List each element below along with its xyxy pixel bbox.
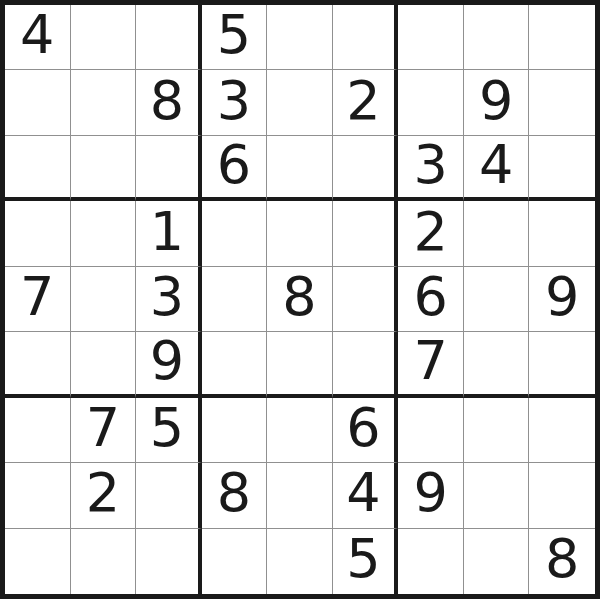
cell-r5c6[interactable] [333,267,399,332]
cell-r9c5[interactable] [267,529,333,594]
cell-r5c5[interactable]: 8 [267,267,333,332]
cell-r8c8[interactable] [464,463,530,528]
cell-r2c1[interactable] [5,70,71,135]
cell-r8c6[interactable]: 4 [333,463,399,528]
cell-r7c4[interactable] [202,398,268,463]
cell-r2c6[interactable]: 2 [333,70,399,135]
cell-r3c4[interactable]: 6 [202,136,268,201]
cell-r4c3[interactable]: 1 [136,201,202,266]
cell-r3c8[interactable]: 4 [464,136,530,201]
cell-r3c1[interactable] [5,136,71,201]
cell-r3c5[interactable] [267,136,333,201]
cell-r6c1[interactable] [5,332,71,397]
cell-r4c1[interactable] [5,201,71,266]
cell-r6c7[interactable]: 7 [398,332,464,397]
cell-r1c9[interactable] [529,5,595,70]
cell-r9c1[interactable] [5,529,71,594]
cell-r4c6[interactable] [333,201,399,266]
cell-r1c2[interactable] [71,5,137,70]
cell-r7c1[interactable] [5,398,71,463]
cell-r8c7[interactable]: 9 [398,463,464,528]
cell-r2c3[interactable]: 8 [136,70,202,135]
cell-r1c8[interactable] [464,5,530,70]
cell-r9c9[interactable]: 8 [529,529,595,594]
cell-r6c9[interactable] [529,332,595,397]
cell-r3c3[interactable] [136,136,202,201]
cell-r9c8[interactable] [464,529,530,594]
cell-r5c2[interactable] [71,267,137,332]
cell-r6c8[interactable] [464,332,530,397]
cell-r5c9[interactable]: 9 [529,267,595,332]
cell-r3c7[interactable]: 3 [398,136,464,201]
cell-r5c1[interactable]: 7 [5,267,71,332]
cell-r2c2[interactable] [71,70,137,135]
cell-r9c7[interactable] [398,529,464,594]
cell-r7c6[interactable]: 6 [333,398,399,463]
cell-r7c2[interactable]: 7 [71,398,137,463]
cell-r6c6[interactable] [333,332,399,397]
cell-r6c2[interactable] [71,332,137,397]
cell-r5c4[interactable] [202,267,268,332]
cell-r4c2[interactable] [71,201,137,266]
cell-r2c4[interactable]: 3 [202,70,268,135]
cell-r9c2[interactable] [71,529,137,594]
cell-r2c7[interactable] [398,70,464,135]
cell-r1c4[interactable]: 5 [202,5,268,70]
cell-r2c5[interactable] [267,70,333,135]
cell-r8c2[interactable]: 2 [71,463,137,528]
sudoku-board: 458329634127386997756284958 [0,0,600,599]
cell-r8c3[interactable] [136,463,202,528]
cell-r2c9[interactable] [529,70,595,135]
cell-r6c3[interactable]: 9 [136,332,202,397]
cell-r5c8[interactable] [464,267,530,332]
cell-r8c9[interactable] [529,463,595,528]
cell-r1c1[interactable]: 4 [5,5,71,70]
cell-r2c8[interactable]: 9 [464,70,530,135]
cell-r3c6[interactable] [333,136,399,201]
cell-r3c9[interactable] [529,136,595,201]
cell-r1c3[interactable] [136,5,202,70]
cell-r7c8[interactable] [464,398,530,463]
cell-r4c9[interactable] [529,201,595,266]
cell-r1c7[interactable] [398,5,464,70]
cell-r9c3[interactable] [136,529,202,594]
cell-r8c1[interactable] [5,463,71,528]
cell-r5c7[interactable]: 6 [398,267,464,332]
cell-r3c2[interactable] [71,136,137,201]
cell-r8c5[interactable] [267,463,333,528]
cell-r1c5[interactable] [267,5,333,70]
cell-r9c4[interactable] [202,529,268,594]
cell-r4c8[interactable] [464,201,530,266]
cell-r9c6[interactable]: 5 [333,529,399,594]
cell-r5c3[interactable]: 3 [136,267,202,332]
cell-r1c6[interactable] [333,5,399,70]
cell-r4c7[interactable]: 2 [398,201,464,266]
cell-r4c5[interactable] [267,201,333,266]
cell-r8c4[interactable]: 8 [202,463,268,528]
cell-r6c4[interactable] [202,332,268,397]
cell-r6c5[interactable] [267,332,333,397]
cell-r7c9[interactable] [529,398,595,463]
cell-r7c7[interactable] [398,398,464,463]
cell-r4c4[interactable] [202,201,268,266]
cell-r7c3[interactable]: 5 [136,398,202,463]
cell-r7c5[interactable] [267,398,333,463]
